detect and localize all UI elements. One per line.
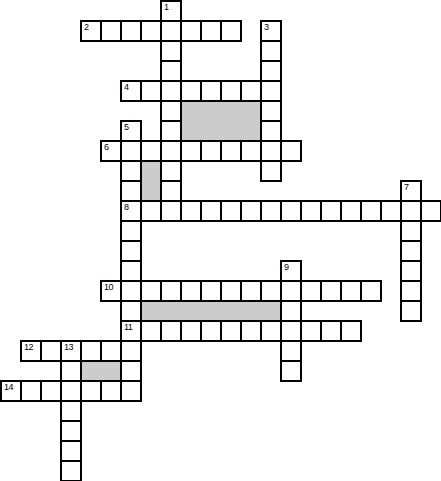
- grid-cell[interactable]: [160, 320, 182, 342]
- grid-cell[interactable]: [260, 280, 282, 302]
- grid-cell[interactable]: [260, 140, 282, 162]
- grid-cell[interactable]: [220, 280, 242, 302]
- grid-cell[interactable]: 5: [120, 120, 142, 142]
- grid-cell[interactable]: [240, 200, 262, 222]
- grid-cell[interactable]: [160, 100, 182, 122]
- grid-cell[interactable]: [340, 280, 362, 302]
- grid-cell[interactable]: [120, 340, 142, 362]
- grid-cell[interactable]: [140, 140, 162, 162]
- grid-cell[interactable]: 3: [260, 20, 282, 42]
- grid-cell[interactable]: [280, 300, 302, 322]
- grid-cell[interactable]: [160, 160, 182, 182]
- grid-cell[interactable]: [220, 200, 242, 222]
- grid-cell[interactable]: 13: [60, 340, 82, 362]
- grid-cell[interactable]: [120, 220, 142, 242]
- grid-cell[interactable]: [160, 20, 182, 42]
- grid-cell[interactable]: [400, 220, 422, 242]
- grid-cell[interactable]: 6: [100, 140, 122, 162]
- grid-cell[interactable]: [220, 80, 242, 102]
- grid-cell[interactable]: [180, 200, 202, 222]
- crossword-board: 1234567891011121314: [1, 1, 441, 481]
- grid-cell[interactable]: [180, 80, 202, 102]
- clue-number: 12: [24, 342, 33, 352]
- grid-cell[interactable]: [160, 180, 182, 202]
- grid-cell[interactable]: [140, 320, 162, 342]
- grid-cell[interactable]: [280, 360, 302, 382]
- grid-cell[interactable]: [160, 200, 182, 222]
- grid-cell[interactable]: 10: [100, 280, 122, 302]
- grid-cell[interactable]: [60, 460, 82, 481]
- clue-number: 2: [84, 22, 89, 32]
- grid-cell[interactable]: [120, 20, 142, 42]
- grid-cell[interactable]: [280, 280, 302, 302]
- clue-number: 3: [264, 22, 269, 32]
- grid-cell[interactable]: [360, 280, 382, 302]
- grid-cell[interactable]: [180, 140, 202, 162]
- grid-cell[interactable]: [100, 20, 122, 42]
- grid-cell[interactable]: 14: [0, 380, 22, 402]
- grid-cell[interactable]: [280, 140, 302, 162]
- clue-number: 6: [104, 142, 109, 152]
- clue-number: 1: [164, 2, 169, 12]
- grid-cell[interactable]: [240, 320, 262, 342]
- grid-cell[interactable]: [260, 120, 282, 142]
- grid-cell[interactable]: 1: [160, 0, 182, 22]
- grid-cell[interactable]: [140, 20, 162, 42]
- grid-cell[interactable]: [220, 320, 242, 342]
- grid-cell[interactable]: [400, 280, 422, 302]
- grid-cell[interactable]: [400, 200, 422, 222]
- grid-cell[interactable]: [60, 420, 82, 442]
- shaded-region: [80, 360, 122, 382]
- shaded-region: [140, 160, 162, 202]
- grid-cell[interactable]: [400, 240, 422, 262]
- grid-cell[interactable]: [260, 200, 282, 222]
- grid-cell[interactable]: [160, 140, 182, 162]
- grid-cell[interactable]: [260, 80, 282, 102]
- grid-cell[interactable]: [80, 340, 102, 362]
- grid-cell[interactable]: 2: [80, 20, 102, 42]
- clue-number: 4: [124, 82, 129, 92]
- grid-cell[interactable]: 4: [120, 80, 142, 102]
- grid-cell[interactable]: [160, 60, 182, 82]
- grid-cell[interactable]: [200, 80, 222, 102]
- grid-cell[interactable]: [140, 280, 162, 302]
- grid-cell[interactable]: 7: [400, 180, 422, 202]
- clue-number: 9: [284, 262, 289, 272]
- clue-number: 14: [4, 382, 13, 392]
- grid-cell[interactable]: [60, 440, 82, 462]
- grid-cell[interactable]: [120, 180, 142, 202]
- grid-cell[interactable]: [260, 40, 282, 62]
- grid-cell[interactable]: 12: [20, 340, 42, 362]
- grid-cell[interactable]: [320, 320, 342, 342]
- grid-cell[interactable]: [260, 160, 282, 182]
- grid-cell[interactable]: [140, 200, 162, 222]
- grid-cell[interactable]: [280, 200, 302, 222]
- grid-cell[interactable]: [180, 320, 202, 342]
- grid-cell[interactable]: [140, 80, 162, 102]
- grid-cell[interactable]: [40, 340, 62, 362]
- grid-cell[interactable]: [60, 360, 82, 382]
- grid-cell[interactable]: [300, 280, 322, 302]
- grid-cell[interactable]: [300, 320, 322, 342]
- grid-cell[interactable]: [400, 260, 422, 282]
- grid-cell[interactable]: [120, 240, 142, 262]
- grid-cell[interactable]: [120, 140, 142, 162]
- grid-cell[interactable]: [200, 140, 222, 162]
- grid-cell[interactable]: [120, 260, 142, 282]
- grid-cell[interactable]: [100, 340, 122, 362]
- grid-cell[interactable]: [240, 280, 262, 302]
- grid-cell[interactable]: [300, 200, 322, 222]
- clue-number: 11: [124, 322, 132, 332]
- puzzle-canvas: 1234567891011121314: [0, 0, 441, 481]
- grid-cell[interactable]: [280, 320, 302, 342]
- grid-cell[interactable]: [180, 280, 202, 302]
- grid-cell[interactable]: [380, 200, 402, 222]
- grid-cell[interactable]: [220, 20, 242, 42]
- grid-cell[interactable]: [280, 340, 302, 362]
- grid-cell[interactable]: [60, 380, 82, 402]
- grid-cell[interactable]: [200, 320, 222, 342]
- grid-cell[interactable]: [240, 80, 262, 102]
- grid-cell[interactable]: [160, 120, 182, 142]
- grid-cell[interactable]: [180, 20, 202, 42]
- grid-cell[interactable]: [200, 280, 222, 302]
- clue-number: 8: [124, 202, 129, 212]
- grid-cell[interactable]: [160, 80, 182, 102]
- grid-cell[interactable]: 11: [120, 320, 142, 342]
- clue-number: 5: [124, 122, 129, 132]
- clue-number: 13: [64, 342, 73, 352]
- grid-cell[interactable]: [40, 380, 62, 402]
- grid-cell[interactable]: 8: [120, 200, 142, 222]
- grid-cell[interactable]: [420, 200, 441, 222]
- grid-cell[interactable]: [120, 300, 142, 322]
- grid-cell[interactable]: [160, 40, 182, 62]
- grid-cell[interactable]: [200, 200, 222, 222]
- grid-cell[interactable]: [120, 380, 142, 402]
- grid-cell[interactable]: [200, 20, 222, 42]
- grid-cell[interactable]: [80, 380, 102, 402]
- grid-cell[interactable]: [400, 300, 422, 322]
- grid-cell[interactable]: [340, 200, 362, 222]
- shaded-region: [140, 300, 282, 322]
- shaded-region: [180, 100, 262, 142]
- grid-cell[interactable]: [20, 380, 42, 402]
- clue-number: 7: [404, 182, 409, 192]
- grid-cell[interactable]: [260, 320, 282, 342]
- grid-cell[interactable]: [120, 160, 142, 182]
- grid-cell[interactable]: [320, 280, 342, 302]
- grid-cell[interactable]: [160, 280, 182, 302]
- grid-cell[interactable]: [260, 60, 282, 82]
- grid-cell[interactable]: [220, 140, 242, 162]
- grid-cell[interactable]: [360, 200, 382, 222]
- grid-cell[interactable]: [100, 380, 122, 402]
- grid-cell[interactable]: 9: [280, 260, 302, 282]
- grid-cell[interactable]: [340, 320, 362, 342]
- grid-cell[interactable]: [120, 280, 142, 302]
- grid-cell[interactable]: [320, 200, 342, 222]
- grid-cell[interactable]: [60, 400, 82, 422]
- grid-cell[interactable]: [240, 140, 262, 162]
- grid-cell[interactable]: [260, 100, 282, 122]
- clue-number: 10: [104, 282, 113, 292]
- grid-cell[interactable]: [120, 360, 142, 382]
